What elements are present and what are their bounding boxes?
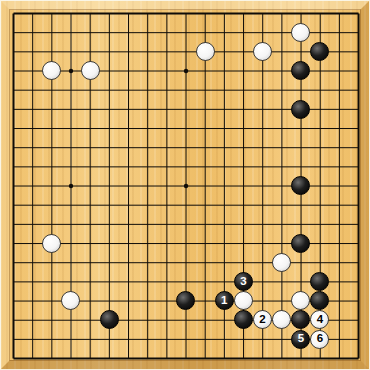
white-stone-R2[interactable]: 6 [310,330,329,349]
black-stone-Q16[interactable] [291,61,310,80]
white-stone-O3[interactable]: 2 [253,310,272,329]
white-stone-Q4[interactable] [291,291,310,310]
white-stone-D4[interactable] [61,291,80,310]
black-stone-F3[interactable] [100,310,119,329]
white-stone-O17[interactable] [253,42,272,61]
white-stone-C7[interactable] [42,234,61,253]
black-stone-R4[interactable] [310,291,329,310]
black-stone-N3[interactable] [234,310,253,329]
black-stone-Q10[interactable] [291,176,310,195]
black-stone-Q7[interactable] [291,234,310,253]
black-stone-K4[interactable] [176,291,195,310]
black-stone-Q14[interactable] [291,100,310,119]
black-stone-Q3[interactable] [291,310,310,329]
black-stone-R17[interactable] [310,42,329,61]
black-stone-N5[interactable]: 3 [234,272,253,291]
black-stone-M4[interactable]: 1 [215,291,234,310]
white-stone-L17[interactable] [196,42,215,61]
white-stone-Q18[interactable] [291,23,310,42]
white-stone-N4[interactable] [234,291,253,310]
stones-grid[interactable]: 312456 [4,4,368,368]
white-stone-P6[interactable] [272,253,291,272]
go-board[interactable]: 312456 [0,0,370,370]
white-stone-E16[interactable] [81,61,100,80]
black-stone-R5[interactable] [310,272,329,291]
white-stone-R3[interactable]: 4 [310,310,329,329]
white-stone-C16[interactable] [42,61,61,80]
black-stone-Q2[interactable]: 5 [291,330,310,349]
white-stone-P3[interactable] [272,310,291,329]
